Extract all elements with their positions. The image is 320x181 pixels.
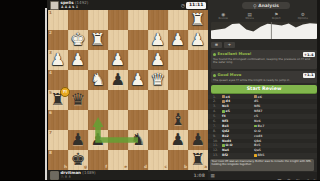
black-pawn-e4[interactable]: ♟ (108, 70, 128, 90)
move-number: 13. (213, 153, 222, 158)
square-f7[interactable]: ♟ (88, 130, 108, 150)
square-b8[interactable]: b (168, 150, 188, 170)
panel-tab-review[interactable]: ◉Review (210, 11, 237, 20)
white-rook-a1[interactable]: ♜ (188, 10, 208, 30)
white-pawn-d4[interactable]: ♟ (128, 70, 148, 90)
inaccuracy-badge: ?! (60, 87, 70, 97)
bottom-player-bar: drvitman (1489) ♘♗♗ 1:08 (47, 170, 208, 180)
square-c6[interactable] (148, 110, 168, 130)
white-knight-f4[interactable]: ♞ (88, 70, 108, 90)
move-badge-icon (222, 100, 225, 103)
avatar[interactable] (50, 1, 59, 10)
square-g1[interactable] (68, 10, 88, 30)
evaluation-graph[interactable] (211, 22, 317, 39)
mini-tab-0[interactable]: ≡ (211, 42, 222, 48)
white-pawn-h3[interactable]: ♟ (48, 50, 68, 70)
coach-card-1[interactable]: Excellent Move! +1.4 You found the stron… (211, 50, 317, 69)
black-king-g8[interactable]: ♚ (68, 150, 88, 170)
square-e6[interactable] (108, 110, 128, 130)
square-b1[interactable] (168, 10, 188, 30)
square-g4[interactable] (68, 70, 88, 90)
green-dot-icon (213, 74, 216, 77)
coach-card-body: The queen eyes f7 while the knight is re… (213, 79, 315, 82)
square-d3[interactable] (128, 50, 148, 70)
square-h7[interactable]: 7 (48, 130, 68, 150)
rank-label-6: 6 (49, 111, 52, 115)
black-pawn-a7[interactable]: ♟ (188, 130, 208, 150)
panel-tab-moves[interactable]: ▤Moves (237, 11, 264, 20)
square-f4[interactable]: ♞ (88, 70, 108, 90)
coach-tooltip-text: Your rook lift was an inaccuracy. Better… (212, 160, 313, 166)
square-c1[interactable] (148, 10, 168, 30)
square-e7[interactable] (108, 130, 128, 150)
square-c5[interactable] (148, 90, 168, 110)
panel-tab-options[interactable]: ⚙Options (290, 11, 317, 20)
window-seam (45, 8, 47, 180)
square-b3[interactable] (168, 50, 188, 70)
square-d7[interactable]: ♞ (128, 130, 148, 150)
square-e5[interactable] (108, 90, 128, 110)
file-label-h: h (64, 165, 67, 169)
clock-icon: ◷ (181, 3, 185, 8)
square-d8[interactable]: d (128, 150, 148, 170)
square-h2[interactable]: 2 (48, 30, 68, 50)
square-f5[interactable] (88, 90, 108, 110)
black-bishop-b6[interactable]: ♝ (168, 110, 188, 130)
scrollbar-strip[interactable] (317, 0, 320, 180)
analysis-panel: ⚲ Analysis ◉Review▤Moves⚑Report⚙Options … (208, 0, 320, 180)
black-rook-a8[interactable]: ♜ (188, 150, 208, 170)
square-c4[interactable]: ♛ (148, 70, 168, 90)
square-d1[interactable] (128, 10, 148, 30)
square-h3[interactable]: 3♟ (48, 50, 68, 70)
square-h1[interactable]: 1 (48, 10, 68, 30)
footer-icons: ▦⚙⇆◁▷ (275, 167, 320, 181)
move-badge-icon (254, 95, 257, 98)
move-badge-icon (222, 95, 225, 98)
panel-footer-toolbar: ▦ ▦⚙⇆◁▷ (208, 172, 320, 180)
square-a6[interactable] (188, 110, 208, 130)
black-pawn-f7[interactable]: ♟ (88, 130, 108, 150)
square-e4[interactable]: ♟ (108, 70, 128, 90)
white-rook-f2[interactable]: ♜ (88, 30, 108, 50)
rank-label-8: 8 (49, 151, 52, 155)
file-label-b: b (184, 165, 187, 169)
square-g7[interactable]: ♟ (68, 130, 88, 150)
square-a4[interactable] (188, 70, 208, 90)
square-a2[interactable]: ♟ (188, 30, 208, 50)
bottom-player-rating: (1489) (82, 170, 95, 175)
eval-badge: +1.1 (303, 73, 315, 78)
square-g5[interactable]: ♛ (68, 90, 88, 110)
mini-tab-row: ≡+ (211, 42, 235, 48)
green-dot-icon (213, 53, 216, 56)
move-badge-icon (254, 154, 257, 157)
move-badge-icon (222, 144, 225, 147)
top-player-clock: 11:11 (186, 2, 206, 9)
square-b2[interactable]: ♟ (168, 30, 188, 50)
panel-tab-report[interactable]: ⚑Report (263, 11, 290, 20)
white-move[interactable]: Rf2 (222, 153, 254, 158)
white-king-g2[interactable]: ♚ (68, 30, 88, 50)
square-g6[interactable] (68, 110, 88, 130)
move-row-13: 13.Rf2Rh5 (208, 153, 320, 158)
square-g8[interactable]: g♚ (68, 150, 88, 170)
coach-card-body: You found the strongest continuation, ke… (213, 58, 315, 65)
square-b6[interactable]: ♝ (168, 110, 188, 130)
square-a5[interactable] (188, 90, 208, 110)
black-pawn-b7[interactable]: ♟ (168, 130, 188, 150)
white-pawn-g3[interactable]: ♟ (68, 50, 88, 70)
square-f1[interactable] (88, 10, 108, 30)
square-b4[interactable] (168, 70, 188, 90)
square-a3[interactable] (188, 50, 208, 70)
move-list: 1.e4e62.d4d53.Nc3Nf64.e5Nfd75.f4c56.Nf3N… (208, 95, 320, 159)
move-badge-icon (222, 110, 225, 113)
square-g2[interactable]: ♚ (68, 30, 88, 50)
bottom-player-info: drvitman (1489) ♘♗♗ (61, 171, 96, 180)
square-h8[interactable]: 8h (48, 150, 68, 170)
file-label-d: d (144, 165, 147, 169)
square-e1[interactable] (108, 10, 128, 30)
square-e8[interactable]: e (108, 150, 128, 170)
black-knight-d7[interactable]: ♞ (128, 130, 148, 150)
square-d2[interactable] (128, 30, 148, 50)
panel-tab-row: ◉Review▤Moves⚑Report⚙Options (210, 11, 316, 20)
bottom-captured-pieces: ♘♗♗ (61, 175, 96, 179)
top-captured-pieces: ♟♟♟♞♝ (61, 5, 89, 9)
avatar[interactable] (50, 171, 59, 180)
white-pawn-c3[interactable]: ♟ (148, 50, 168, 70)
square-d5[interactable] (128, 90, 148, 110)
back-icon[interactable]: ◁ (305, 178, 309, 181)
app-window: spelis (1492) ♟♟♟♞♝ ◷ 11:11 1♜2♚♜♟♟♟3♟♟♟… (0, 0, 320, 180)
square-b7[interactable]: ♟ (168, 130, 188, 150)
white-queen-c4[interactable]: ♛ (148, 70, 168, 90)
white-pawn-e3[interactable]: ♟ (108, 50, 128, 70)
move-badge-icon (254, 125, 257, 128)
analysis-header-button[interactable]: ⚲ Analysis (242, 2, 290, 9)
file-label-c: c (165, 165, 167, 169)
magnifier-icon: ⚲ (253, 3, 257, 9)
grid-icon[interactable]: ▦ (277, 178, 281, 181)
square-g3[interactable]: ♟ (68, 50, 88, 70)
square-c8[interactable]: c (148, 150, 168, 170)
square-f2[interactable]: ♜ (88, 30, 108, 50)
square-e3[interactable]: ♟ (108, 50, 128, 70)
square-f6[interactable] (88, 110, 108, 130)
start-review-button[interactable]: Start Review (211, 85, 317, 93)
square-h6[interactable]: 6 (48, 110, 68, 130)
white-pawn-b2[interactable]: ♟ (168, 30, 188, 50)
square-e2[interactable] (108, 30, 128, 50)
square-c3[interactable]: ♟ (148, 50, 168, 70)
black-pawn-g7[interactable]: ♟ (68, 130, 88, 150)
square-c7[interactable] (148, 130, 168, 150)
analysis-header-label: Analysis (258, 3, 279, 8)
black-queen-g5[interactable]: ♛ (68, 90, 88, 110)
chess-board[interactable]: 1♜2♚♜♟♟♟3♟♟♟♟4♞♟♟♛5♜♛6♝7♟♟♞♟♟8hg♚fedcba♜ (48, 10, 208, 170)
rank-label-2: 2 (49, 31, 52, 35)
coach-card-title: Good Move (218, 73, 242, 78)
file-label-e: e (124, 165, 127, 169)
square-d6[interactable] (128, 110, 148, 130)
square-f8[interactable]: f (88, 150, 108, 170)
square-a7[interactable]: ♟ (188, 130, 208, 150)
white-pawn-c2[interactable]: ♟ (148, 30, 168, 50)
rank-label-7: 7 (49, 131, 52, 135)
coach-card-2[interactable]: Good Move +1.1 The queen eyes f7 while t… (211, 71, 317, 84)
top-player-bar: spelis (1492) ♟♟♟♞♝ ◷ 11:11 (47, 0, 208, 10)
white-pawn-a2[interactable]: ♟ (188, 30, 208, 50)
bottom-player-clock: 1:08 (194, 173, 205, 178)
square-d4[interactable]: ♟ (128, 70, 148, 90)
square-c2[interactable]: ♟ (148, 30, 168, 50)
mini-tab-1[interactable]: + (224, 42, 235, 48)
flip-board-icon[interactable]: ⇆ (296, 178, 300, 181)
top-player-info: spelis (1492) ♟♟♟♞♝ (61, 1, 89, 10)
square-a1[interactable]: ♜ (188, 10, 208, 30)
square-b5[interactable] (168, 90, 188, 110)
rank-label-4: 4 (49, 71, 52, 75)
settings-icon[interactable]: ⚙ (287, 178, 291, 181)
rank-label-1: 1 (49, 11, 52, 15)
file-label-f: f (105, 165, 107, 169)
black-move[interactable]: Rh5 (254, 153, 286, 158)
grid-icon[interactable]: ▦ (211, 172, 215, 180)
square-f3[interactable] (88, 50, 108, 70)
square-a8[interactable]: a♜ (188, 150, 208, 170)
